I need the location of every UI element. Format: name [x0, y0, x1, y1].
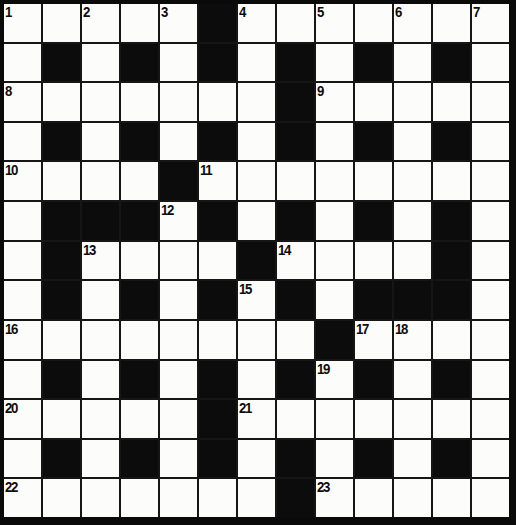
grid-cell[interactable]: 20 [4, 400, 41, 438]
block-cell [199, 281, 236, 319]
block-cell [433, 44, 470, 82]
block-cell [199, 4, 236, 42]
clue-number: 7 [473, 4, 479, 19]
grid-cell[interactable] [82, 44, 119, 82]
grid-cell[interactable]: 23 [316, 479, 353, 517]
block-cell [121, 440, 158, 478]
block-cell [394, 281, 431, 319]
grid-cell[interactable] [355, 242, 392, 280]
clue-number: 15 [239, 281, 251, 296]
grid-cell[interactable] [277, 162, 314, 200]
grid-cell[interactable]: 16 [4, 321, 41, 359]
grid-cell[interactable]: 2 [82, 4, 119, 42]
grid-cell[interactable] [82, 361, 119, 399]
grid-cell[interactable] [472, 44, 509, 82]
grid-cell[interactable]: 1 [4, 4, 41, 42]
block-cell [43, 202, 80, 240]
block-cell [82, 202, 119, 240]
grid-cell[interactable] [316, 123, 353, 161]
grid-cell[interactable]: 22 [4, 479, 41, 517]
clue-number: 6 [395, 4, 401, 19]
grid-cell[interactable] [238, 123, 275, 161]
clue-number: 14 [278, 242, 290, 257]
block-cell [199, 400, 236, 438]
block-cell [199, 440, 236, 478]
grid-cell[interactable] [238, 321, 275, 359]
grid-cell[interactable] [4, 202, 41, 240]
clue-number: 23 [317, 479, 329, 494]
grid-cell[interactable] [160, 281, 197, 319]
grid-cell[interactable] [316, 162, 353, 200]
grid-cell[interactable] [394, 83, 431, 121]
grid-cell[interactable] [4, 281, 41, 319]
clue-number: 17 [356, 321, 368, 336]
grid-cell[interactable] [316, 44, 353, 82]
grid-cell[interactable] [4, 242, 41, 280]
grid-cell[interactable] [160, 83, 197, 121]
clue-number: 18 [395, 321, 407, 336]
grid-cell[interactable] [4, 440, 41, 478]
block-cell [355, 123, 392, 161]
clue-number: 21 [239, 400, 251, 415]
grid-cell[interactable] [433, 162, 470, 200]
block-cell [43, 281, 80, 319]
grid-cell[interactable] [472, 321, 509, 359]
grid-cell[interactable] [121, 242, 158, 280]
grid-cell[interactable]: 10 [4, 162, 41, 200]
grid-cell[interactable] [82, 123, 119, 161]
grid-cell[interactable] [238, 361, 275, 399]
grid-cell[interactable] [472, 400, 509, 438]
grid-cell[interactable]: 5 [316, 4, 353, 42]
grid-cell[interactable] [394, 162, 431, 200]
block-cell [433, 281, 470, 319]
grid-cell[interactable]: 19 [316, 361, 353, 399]
grid-cell[interactable] [199, 479, 236, 517]
grid-cell[interactable] [4, 44, 41, 82]
grid-cell[interactable]: 18 [394, 321, 431, 359]
grid-cell[interactable] [160, 123, 197, 161]
grid-cell[interactable] [394, 123, 431, 161]
clue-number: 3 [161, 4, 167, 19]
grid-cell[interactable] [433, 83, 470, 121]
grid-cell[interactable] [82, 440, 119, 478]
grid-cell[interactable]: 3 [160, 4, 197, 42]
grid-cell[interactable] [160, 44, 197, 82]
block-cell [238, 242, 275, 280]
block-cell [433, 242, 470, 280]
grid-cell[interactable] [160, 242, 197, 280]
grid-cell[interactable]: 17 [355, 321, 392, 359]
grid-cell[interactable] [316, 202, 353, 240]
grid-cell[interactable] [472, 440, 509, 478]
grid-cell[interactable] [238, 440, 275, 478]
grid-cell[interactable] [238, 44, 275, 82]
grid-cell[interactable] [316, 281, 353, 319]
grid-cell[interactable] [199, 83, 236, 121]
grid-cell[interactable] [82, 83, 119, 121]
grid-cell[interactable] [394, 202, 431, 240]
grid-cell[interactable] [238, 162, 275, 200]
clue-number: 20 [5, 400, 17, 415]
grid-cell[interactable] [82, 400, 119, 438]
grid-cell[interactable] [238, 479, 275, 517]
block-cell [199, 361, 236, 399]
block-cell [199, 202, 236, 240]
grid-cell[interactable]: 7 [472, 4, 509, 42]
block-cell [43, 123, 80, 161]
grid-cell[interactable] [433, 4, 470, 42]
grid-cell[interactable] [160, 479, 197, 517]
grid-cell[interactable] [472, 162, 509, 200]
grid-cell[interactable]: 6 [394, 4, 431, 42]
grid-cell[interactable] [43, 4, 80, 42]
grid-cell[interactable] [277, 400, 314, 438]
grid-cell[interactable] [160, 440, 197, 478]
block-cell [43, 361, 80, 399]
grid-cell[interactable] [355, 162, 392, 200]
grid-cell[interactable] [238, 202, 275, 240]
block-cell [355, 361, 392, 399]
grid-cell[interactable] [43, 400, 80, 438]
grid-cell[interactable]: 9 [316, 83, 353, 121]
grid-cell[interactable] [472, 361, 509, 399]
grid-cell[interactable] [43, 83, 80, 121]
grid-cell[interactable] [394, 440, 431, 478]
block-cell [277, 361, 314, 399]
block-cell [277, 202, 314, 240]
grid-cell[interactable] [43, 162, 80, 200]
grid-cell[interactable] [316, 242, 353, 280]
block-cell [277, 479, 314, 517]
grid-cell[interactable] [433, 321, 470, 359]
grid-cell[interactable] [82, 321, 119, 359]
block-cell [199, 44, 236, 82]
clue-number: 4 [239, 4, 245, 19]
grid-cell[interactable]: 11 [199, 162, 236, 200]
grid-cell[interactable] [160, 361, 197, 399]
grid-cell[interactable] [394, 479, 431, 517]
grid-cell[interactable] [238, 83, 275, 121]
clue-number: 11 [200, 162, 211, 177]
grid-cell[interactable] [472, 479, 509, 517]
grid-cell[interactable] [4, 361, 41, 399]
block-cell [199, 123, 236, 161]
block-cell [121, 281, 158, 319]
block-cell [160, 162, 197, 200]
grid-cell[interactable] [472, 242, 509, 280]
grid-cell[interactable]: 15 [238, 281, 275, 319]
block-cell [355, 440, 392, 478]
block-cell [433, 123, 470, 161]
grid-cell[interactable] [121, 83, 158, 121]
block-cell [277, 123, 314, 161]
grid-cell[interactable] [82, 162, 119, 200]
grid-cell[interactable] [394, 361, 431, 399]
grid-cell[interactable] [43, 321, 80, 359]
grid-cell[interactable] [82, 479, 119, 517]
grid-cell[interactable] [277, 4, 314, 42]
grid-cell[interactable] [472, 202, 509, 240]
grid-cell[interactable] [394, 242, 431, 280]
grid-cell[interactable] [82, 281, 119, 319]
grid-cell[interactable] [121, 162, 158, 200]
grid-cell[interactable] [316, 400, 353, 438]
block-cell [121, 123, 158, 161]
block-cell [121, 44, 158, 82]
block-cell [355, 202, 392, 240]
block-cell [433, 202, 470, 240]
grid-cell[interactable] [355, 479, 392, 517]
clue-number: 22 [5, 479, 17, 494]
block-cell [355, 281, 392, 319]
clue-number: 12 [161, 202, 173, 217]
grid-cell[interactable] [394, 44, 431, 82]
block-cell [277, 281, 314, 319]
grid-cell[interactable]: 4 [238, 4, 275, 42]
clue-number: 19 [317, 361, 329, 376]
block-cell [277, 440, 314, 478]
grid-cell[interactable] [277, 321, 314, 359]
block-cell [43, 44, 80, 82]
grid-cell[interactable]: 12 [160, 202, 197, 240]
block-cell [355, 44, 392, 82]
grid-cell[interactable] [160, 321, 197, 359]
block-cell [277, 83, 314, 121]
grid-cell[interactable]: 21 [238, 400, 275, 438]
grid-cell[interactable] [43, 479, 80, 517]
block-cell [121, 361, 158, 399]
clue-number: 8 [5, 83, 11, 98]
crossword-page: 1234567891011121314151617181920212223 [0, 0, 516, 525]
grid-cell[interactable]: 8 [4, 83, 41, 121]
grid-cell[interactable] [394, 400, 431, 438]
clue-number: 9 [317, 83, 323, 98]
block-cell [433, 440, 470, 478]
grid-cell[interactable] [121, 321, 158, 359]
clue-number: 16 [5, 321, 17, 336]
grid-cell[interactable] [199, 321, 236, 359]
grid-cell[interactable] [160, 400, 197, 438]
grid-cell[interactable] [4, 123, 41, 161]
block-cell [43, 242, 80, 280]
grid-cell[interactable] [472, 83, 509, 121]
block-cell [433, 361, 470, 399]
grid-cell[interactable] [199, 242, 236, 280]
grid-cell[interactable] [355, 4, 392, 42]
block-cell [121, 202, 158, 240]
grid-cell[interactable]: 14 [277, 242, 314, 280]
grid-cell[interactable] [472, 281, 509, 319]
grid-cell[interactable] [355, 83, 392, 121]
crossword-grid: 1234567891011121314151617181920212223 [0, 0, 516, 525]
block-cell [277, 44, 314, 82]
grid-cell[interactable] [121, 400, 158, 438]
clue-number: 13 [83, 242, 95, 257]
grid-cell[interactable] [433, 479, 470, 517]
clue-number: 10 [5, 162, 17, 177]
grid-cell[interactable] [355, 400, 392, 438]
grid-cell[interactable]: 13 [82, 242, 119, 280]
grid-cell[interactable] [433, 400, 470, 438]
grid-cell[interactable] [121, 4, 158, 42]
grid-cell[interactable] [316, 440, 353, 478]
clue-number: 5 [317, 4, 323, 19]
grid-cell[interactable] [472, 123, 509, 161]
block-cell [316, 321, 353, 359]
block-cell [43, 440, 80, 478]
grid-cell[interactable] [121, 479, 158, 517]
clue-number: 1 [5, 4, 11, 19]
clue-number: 2 [83, 4, 89, 19]
